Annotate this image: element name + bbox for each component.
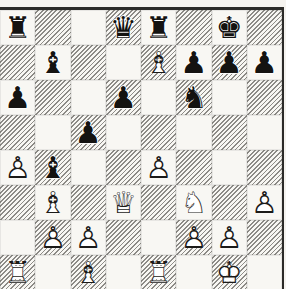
square-d1 [106,255,141,289]
square-f6: ♞♞ [176,80,211,115]
square-g5 [212,115,247,150]
square-f8 [176,10,211,45]
square-b1 [35,255,70,289]
white-pawn-g2: ♟♙ [212,220,247,255]
square-h1 [247,255,282,289]
square-h8 [247,10,282,45]
square-c4 [71,150,106,185]
square-c3 [71,185,106,220]
square-e4: ♟♙ [141,150,176,185]
black-bishop-b4: ♝♝ [35,150,70,185]
square-b5 [35,115,70,150]
square-d6: ♟♟ [106,80,141,115]
square-e5 [141,115,176,150]
square-d7 [106,45,141,80]
square-d8: ♛♛ [106,10,141,45]
black-queen-d8: ♛♛ [106,10,141,45]
scanned-chess-diagram: ♜♜♛♛♜♜♚♚♝♝♝♗♟♟♟♟♟♟♟♟♟♟♞♞♟♟♟♙♝♝♟♙♝♗♛♕♞♘♟♙… [0,0,286,289]
square-d4 [106,150,141,185]
square-c7 [71,45,106,80]
square-b3: ♝♗ [35,185,70,220]
white-pawn-a4: ♟♙ [0,150,35,185]
square-h5 [247,115,282,150]
square-h3: ♟♙ [247,185,282,220]
white-pawn-b2: ♟♙ [35,220,70,255]
black-pawn-h7: ♟♟ [247,45,282,80]
chess-board: ♜♜♛♛♜♜♚♚♝♝♝♗♟♟♟♟♟♟♟♟♟♟♞♞♟♟♟♙♝♝♟♙♝♗♛♕♞♘♟♙… [0,10,282,289]
square-c2: ♟♙ [71,220,106,255]
square-c6 [71,80,106,115]
black-pawn-c5: ♟♟ [71,115,106,150]
square-h6 [247,80,282,115]
white-rook-e1: ♜♖ [141,255,176,289]
square-e1: ♜♖ [141,255,176,289]
square-d3: ♛♕ [106,185,141,220]
square-d5 [106,115,141,150]
square-e6 [141,80,176,115]
square-f1 [176,255,211,289]
white-queen-d3: ♛♕ [106,185,141,220]
white-pawn-e4: ♟♙ [141,150,176,185]
black-king-g8: ♚♚ [212,10,247,45]
square-b6 [35,80,70,115]
board-frame: ♜♜♛♛♜♜♚♚♝♝♝♗♟♟♟♟♟♟♟♟♟♟♞♞♟♟♟♙♝♝♟♙♝♗♛♕♞♘♟♙… [0,7,284,289]
square-f3: ♞♘ [176,185,211,220]
square-f2: ♟♙ [176,220,211,255]
black-rook-a8: ♜♜ [0,10,35,45]
square-a5 [0,115,35,150]
square-e2 [141,220,176,255]
square-e3 [141,185,176,220]
square-f4 [176,150,211,185]
white-rook-a1: ♜♖ [0,255,35,289]
square-a6: ♟♟ [0,80,35,115]
white-pawn-f2: ♟♙ [176,220,211,255]
black-pawn-f7: ♟♟ [176,45,211,80]
black-pawn-d6: ♟♟ [106,80,141,115]
square-b2: ♟♙ [35,220,70,255]
square-a7 [0,45,35,80]
square-h7: ♟♟ [247,45,282,80]
white-knight-f3: ♞♘ [176,185,211,220]
white-pawn-h3: ♟♙ [247,185,282,220]
square-c8 [71,10,106,45]
white-bishop-e7: ♝♗ [141,45,176,80]
square-g2: ♟♙ [212,220,247,255]
square-g4 [212,150,247,185]
square-a8: ♜♜ [0,10,35,45]
square-g7: ♟♟ [212,45,247,80]
square-g6 [212,80,247,115]
white-bishop-b3: ♝♗ [35,185,70,220]
square-c5: ♟♟ [71,115,106,150]
square-a3 [0,185,35,220]
square-b7: ♝♝ [35,45,70,80]
square-e8: ♜♜ [141,10,176,45]
square-a4: ♟♙ [0,150,35,185]
white-pawn-c2: ♟♙ [71,220,106,255]
square-d2 [106,220,141,255]
square-a2 [0,220,35,255]
white-bishop-c1: ♝♗ [71,255,106,289]
black-knight-f6: ♞♞ [176,80,211,115]
white-king-g1: ♚♔ [212,255,247,289]
square-g3 [212,185,247,220]
square-h4 [247,150,282,185]
square-h2 [247,220,282,255]
square-g8: ♚♚ [212,10,247,45]
black-pawn-g7: ♟♟ [212,45,247,80]
square-f7: ♟♟ [176,45,211,80]
black-bishop-b7: ♝♝ [35,45,70,80]
square-a1: ♜♖ [0,255,35,289]
square-b4: ♝♝ [35,150,70,185]
square-c1: ♝♗ [71,255,106,289]
black-rook-e8: ♜♜ [141,10,176,45]
square-g1: ♚♔ [212,255,247,289]
square-b8 [35,10,70,45]
square-e7: ♝♗ [141,45,176,80]
black-pawn-a6: ♟♟ [0,80,35,115]
square-f5 [176,115,211,150]
